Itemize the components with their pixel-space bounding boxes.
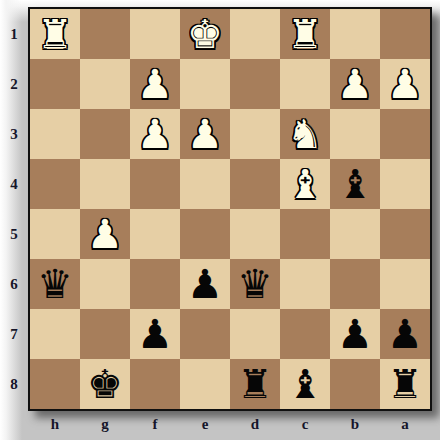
square-b3[interactable]: [330, 109, 380, 159]
file-label-e: e: [180, 411, 230, 438]
rank-label-7: 7: [0, 309, 28, 359]
square-f6[interactable]: [130, 259, 180, 309]
square-g1[interactable]: [80, 9, 130, 59]
rank-label-3: 3: [0, 109, 28, 159]
file-label-g: g: [80, 411, 130, 438]
square-g5[interactable]: ♟: [80, 209, 130, 259]
square-c1[interactable]: ♜: [280, 9, 330, 59]
square-h7[interactable]: [30, 309, 80, 359]
white-pawn-icon-b2: ♟: [330, 59, 380, 109]
square-c3[interactable]: ♞: [280, 109, 330, 159]
black-rook-icon-a8: ♜: [380, 359, 430, 409]
square-e3[interactable]: ♟: [180, 109, 230, 159]
white-pawn-icon-e3: ♟: [180, 109, 230, 159]
square-d3[interactable]: [230, 109, 280, 159]
square-f8[interactable]: [130, 359, 180, 409]
square-e6[interactable]: ♟: [180, 259, 230, 309]
white-rook-icon-c1: ♜: [280, 9, 330, 59]
black-rook-icon-d8: ♜: [230, 359, 280, 409]
square-e7[interactable]: [180, 309, 230, 359]
square-g6[interactable]: [80, 259, 130, 309]
square-f7[interactable]: ♟: [130, 309, 180, 359]
square-f1[interactable]: [130, 9, 180, 59]
square-c8[interactable]: ♝: [280, 359, 330, 409]
file-label-f: f: [130, 411, 180, 438]
file-label-b: b: [330, 411, 380, 438]
square-h2[interactable]: [30, 59, 80, 109]
square-c5[interactable]: [280, 209, 330, 259]
square-a3[interactable]: [380, 109, 430, 159]
square-g8[interactable]: ♚: [80, 359, 130, 409]
file-label-a: a: [380, 411, 430, 438]
square-b1[interactable]: [330, 9, 380, 59]
square-e5[interactable]: [180, 209, 230, 259]
rank-label-4: 4: [0, 159, 28, 209]
square-h5[interactable]: [30, 209, 80, 259]
square-c6[interactable]: [280, 259, 330, 309]
square-a1[interactable]: [380, 9, 430, 59]
square-h8[interactable]: [30, 359, 80, 409]
square-a6[interactable]: [380, 259, 430, 309]
black-pawn-icon-b7: ♟: [330, 309, 380, 359]
square-g2[interactable]: [80, 59, 130, 109]
black-queen-icon-h6: ♛: [30, 259, 80, 309]
square-d5[interactable]: [230, 209, 280, 259]
square-h4[interactable]: [30, 159, 80, 209]
square-f3[interactable]: ♟: [130, 109, 180, 159]
square-e1[interactable]: ♚: [180, 9, 230, 59]
square-f4[interactable]: [130, 159, 180, 209]
square-e8[interactable]: [180, 359, 230, 409]
square-a2[interactable]: ♟: [380, 59, 430, 109]
black-king-icon-g8: ♚: [80, 359, 130, 409]
square-d6[interactable]: ♛: [230, 259, 280, 309]
square-h3[interactable]: [30, 109, 80, 159]
square-d4[interactable]: [230, 159, 280, 209]
black-pawn-icon-e6: ♟: [180, 259, 230, 309]
square-g7[interactable]: [80, 309, 130, 359]
square-f2[interactable]: ♟: [130, 59, 180, 109]
rank-labels: 12345678: [0, 9, 28, 409]
square-b5[interactable]: [330, 209, 380, 259]
white-knight-icon-c3: ♞: [280, 109, 330, 159]
square-d8[interactable]: ♜: [230, 359, 280, 409]
square-a7[interactable]: ♟: [380, 309, 430, 359]
square-c4[interactable]: ♝: [280, 159, 330, 209]
rank-label-2: 2: [0, 59, 28, 109]
square-e4[interactable]: [180, 159, 230, 209]
square-c7[interactable]: [280, 309, 330, 359]
rank-label-1: 1: [0, 9, 28, 59]
square-f5[interactable]: [130, 209, 180, 259]
square-g3[interactable]: [80, 109, 130, 159]
square-a5[interactable]: [380, 209, 430, 259]
rank-label-6: 6: [0, 259, 28, 309]
file-label-d: d: [230, 411, 280, 438]
square-a4[interactable]: [380, 159, 430, 209]
file-labels: hgfedcba: [30, 411, 430, 438]
white-pawn-icon-f2: ♟: [130, 59, 180, 109]
chess-app-window: 12345678 ♜♚♜♟♟♟♟♟♞♝♝♟♛♟♛♟♟♟♚♜♝♜ hgfedcba: [0, 0, 440, 440]
black-pawn-icon-f7: ♟: [130, 309, 180, 359]
rank-label-8: 8: [0, 359, 28, 409]
square-b7[interactable]: ♟: [330, 309, 380, 359]
square-b6[interactable]: [330, 259, 380, 309]
black-bishop-icon-b4: ♝: [330, 159, 380, 209]
chess-board: ♜♚♜♟♟♟♟♟♞♝♝♟♛♟♛♟♟♟♚♜♝♜: [30, 9, 430, 409]
white-bishop-icon-c4: ♝: [280, 159, 330, 209]
square-b4[interactable]: ♝: [330, 159, 380, 209]
white-pawn-icon-g5: ♟: [80, 209, 130, 259]
board-frame: ♜♚♜♟♟♟♟♟♞♝♝♟♛♟♛♟♟♟♚♜♝♜: [28, 7, 432, 411]
square-d2[interactable]: [230, 59, 280, 109]
black-bishop-icon-c8: ♝: [280, 359, 330, 409]
white-king-icon-e1: ♚: [180, 9, 230, 59]
square-a8[interactable]: ♜: [380, 359, 430, 409]
file-label-c: c: [280, 411, 330, 438]
square-h1[interactable]: ♜: [30, 9, 80, 59]
square-c2[interactable]: [280, 59, 330, 109]
white-pawn-icon-f3: ♟: [130, 109, 180, 159]
black-pawn-icon-a7: ♟: [380, 309, 430, 359]
square-e2[interactable]: [180, 59, 230, 109]
square-d7[interactable]: [230, 309, 280, 359]
rank-label-5: 5: [0, 209, 28, 259]
square-b2[interactable]: ♟: [330, 59, 380, 109]
file-label-h: h: [30, 411, 80, 438]
white-pawn-icon-a2: ♟: [380, 59, 430, 109]
square-h6[interactable]: ♛: [30, 259, 80, 309]
black-queen-icon-d6: ♛: [230, 259, 280, 309]
square-d1[interactable]: [230, 9, 280, 59]
square-b8[interactable]: [330, 359, 380, 409]
square-g4[interactable]: [80, 159, 130, 209]
white-rook-icon-h1: ♜: [30, 9, 80, 59]
